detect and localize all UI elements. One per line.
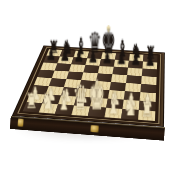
square-g1[interactable]: ♞ — [121, 109, 139, 120]
piece-white-bishop[interactable]: ♝ — [106, 90, 119, 117]
square-d1[interactable]: ♛ — [71, 105, 90, 116]
piece-black-pawn[interactable]: ♟ — [74, 49, 84, 64]
square-e7[interactable]: ♟ — [99, 59, 115, 67]
square-f1[interactable]: ♝ — [104, 108, 122, 119]
square-f7[interactable]: ♟ — [114, 60, 129, 68]
chessboard: ♜♞♝♛♚✚♝♞♜♟♟♟♟♟♟♟♟♟♟♟♟♟♟♟♟♜♞♝♛♚♝♞♜ — [12, 45, 165, 127]
board-grid: ♜♞♝♛♚✚♝♞♜♟♟♟♟♟♟♟♟♟♟♟♟♟♟♟♟♜♞♝♛♚♝♞♜ — [23, 49, 158, 121]
piece-black-pawn[interactable]: ♟ — [116, 51, 126, 66]
piece-white-bishop[interactable]: ♝ — [57, 87, 70, 114]
piece-white-queen[interactable]: ♛ — [72, 81, 87, 115]
brass-latch — [91, 125, 99, 132]
square-g5[interactable] — [126, 75, 142, 84]
square-f5[interactable] — [111, 74, 127, 83]
black-king-light-cross: ✚ — [106, 23, 110, 34]
square-g7[interactable]: ♟ — [128, 61, 143, 69]
square-h1[interactable]: ♜ — [138, 110, 155, 121]
piece-white-rook[interactable]: ♜ — [25, 91, 37, 112]
piece-black-pawn[interactable]: ♟ — [60, 48, 70, 63]
piece-black-pawn[interactable]: ♟ — [102, 51, 112, 66]
product-photo: ♜♞♝♛♚✚♝♞♜♟♟♟♟♟♟♟♟♟♟♟♟♟♟♟♟♜♞♝♛♚♝♞♜ — [0, 0, 175, 175]
piece-black-pawn[interactable]: ♟ — [46, 47, 56, 62]
square-e1[interactable]: ♚ — [88, 107, 106, 118]
piece-black-pawn[interactable]: ♟ — [130, 52, 140, 68]
brass-hinge — [18, 119, 24, 127]
piece-white-knight[interactable]: ♞ — [41, 89, 54, 112]
board-frame: ♜♞♝♛♚✚♝♞♜♟♟♟♟♟♟♟♟♟♟♟♟♟♟♟♟♜♞♝♛♚♝♞♜ — [12, 45, 165, 127]
square-b1[interactable]: ♞ — [39, 103, 58, 113]
piece-black-pawn[interactable]: ♟ — [88, 50, 98, 65]
square-h7[interactable]: ♟ — [142, 62, 157, 70]
piece-white-king[interactable]: ♚ — [88, 75, 105, 116]
piece-black-pawn[interactable]: ♟ — [145, 53, 155, 69]
piece-white-rook[interactable]: ♜ — [140, 99, 152, 120]
piece-white-knight[interactable]: ♞ — [123, 95, 136, 119]
